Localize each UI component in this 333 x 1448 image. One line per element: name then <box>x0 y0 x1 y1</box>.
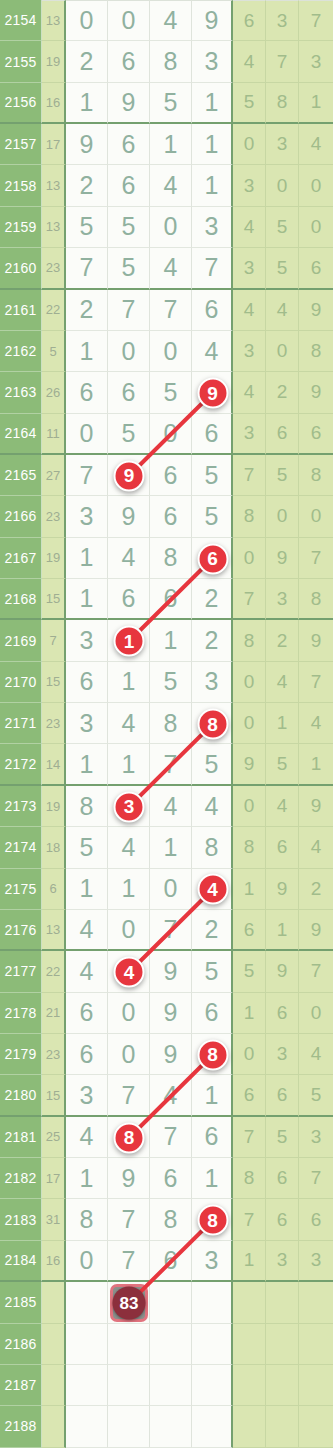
extra-digit-cell <box>266 1282 299 1323</box>
digit-cell: 7 <box>108 1241 150 1282</box>
extra-digit-cell: 2 <box>266 620 299 661</box>
digit-cell: 3 <box>192 41 233 82</box>
digit-cell: 4 <box>192 786 233 827</box>
extra-digit-cell: 5 <box>233 951 266 992</box>
sum-cell: 25 <box>42 1117 66 1158</box>
digit-cell <box>150 1365 192 1406</box>
digit-cell: 8 <box>150 538 192 579</box>
digit-cell: 9 <box>150 1034 192 1075</box>
extra-digit-cell: 5 <box>233 83 266 124</box>
digit-cell: 2 <box>66 41 108 82</box>
extra-digit-cell: 1 <box>233 993 266 1034</box>
sum-cell: 18 <box>42 827 66 868</box>
extra-digit-cell: 1 <box>233 869 266 910</box>
extra-digit-cell: 0 <box>233 538 266 579</box>
extra-digit-cell: 4 <box>266 786 299 827</box>
digit-cell: 6 <box>66 1034 108 1075</box>
selected-prediction-badge[interactable]: 83 <box>113 1287 146 1320</box>
digit-cell: 4 <box>192 331 233 372</box>
extra-digit-cell: 5 <box>299 1075 333 1116</box>
extra-digit-cell: 6 <box>266 414 299 455</box>
extra-digit-cell: 9 <box>299 290 333 331</box>
digit-cell <box>66 1282 108 1323</box>
digit-cell: 8 <box>150 1199 192 1240</box>
extra-digit-cell: 4 <box>233 290 266 331</box>
digit-cell: 6 <box>108 579 150 620</box>
digit-cell: 9 <box>108 496 150 537</box>
sum-cell: 19 <box>42 41 66 82</box>
digit-cell: 7 <box>150 290 192 331</box>
extra-digit-cell: 2 <box>299 869 333 910</box>
digit-cell: 2 <box>66 165 108 206</box>
hit-marker-circle: 8 <box>197 1205 228 1236</box>
period-cell: 2177 <box>0 951 42 992</box>
period-cell: 2168 <box>0 579 42 620</box>
digit-cell: 1 <box>192 165 233 206</box>
period-cell: 2172 <box>0 744 42 785</box>
extra-digit-cell: 0 <box>233 786 266 827</box>
extra-digit-cell: 2 <box>266 372 299 413</box>
extra-digit-cell: 5 <box>266 1117 299 1158</box>
extra-digit-cell: 3 <box>299 1241 333 1282</box>
period-cell: 2176 <box>0 910 42 951</box>
extra-digit-cell: 6 <box>266 827 299 868</box>
digit-cell: 1 <box>66 579 108 620</box>
digit-cell: 2 <box>192 579 233 620</box>
digit-cell: 8 <box>150 703 192 744</box>
digit-cell: 6 <box>150 455 192 496</box>
digit-cell <box>66 1406 108 1447</box>
period-cell: 2180 <box>0 1075 42 1116</box>
extra-digit-cell <box>233 1406 266 1447</box>
period-cell: 2170 <box>0 662 42 703</box>
digit-cell <box>66 1324 108 1365</box>
extra-digit-cell: 0 <box>266 496 299 537</box>
digit-cell: 5 <box>150 662 192 703</box>
extra-digit-cell: 7 <box>299 951 333 992</box>
digit-cell: 7 <box>108 1199 150 1240</box>
digit-cell: 5 <box>192 455 233 496</box>
digit-cell: 9 <box>192 0 233 41</box>
sum-cell <box>42 1365 66 1406</box>
digit-cell: 5 <box>192 744 233 785</box>
digit-cell: 1 <box>66 744 108 785</box>
digit-cell: 1 <box>150 827 192 868</box>
hit-marker-circle: 4 <box>197 874 228 905</box>
digit-cell: 7 <box>150 1117 192 1158</box>
digit-cell: 1 <box>192 1075 233 1116</box>
extra-digit-cell: 1 <box>233 1241 266 1282</box>
digit-cell: 5 <box>150 83 192 124</box>
extra-digit-cell: 6 <box>299 248 333 289</box>
extra-digit-cell: 7 <box>299 662 333 703</box>
sum-cell: 16 <box>42 1241 66 1282</box>
digit-cell: 7 <box>150 744 192 785</box>
digit-cell: 4 <box>150 786 192 827</box>
digit-cell: 0 <box>150 414 192 455</box>
extra-digit-cell: 7 <box>233 1117 266 1158</box>
period-cell: 2173 <box>0 786 42 827</box>
digit-cell: 3 <box>66 703 108 744</box>
hit-marker-circle: 4 <box>114 957 145 988</box>
digit-cell: 6 <box>150 1241 192 1282</box>
digit-cell: 5 <box>108 248 150 289</box>
extra-digit-cell: 1 <box>299 744 333 785</box>
digit-cell: 1 <box>108 869 150 910</box>
lottery-trend-board: 2154130049637215519268347321561619515812… <box>0 0 333 1448</box>
extra-digit-cell: 3 <box>266 124 299 165</box>
extra-digit-cell: 4 <box>299 827 333 868</box>
extra-digit-cell: 5 <box>266 207 299 248</box>
digit-cell: 5 <box>192 951 233 992</box>
sum-cell: 16 <box>42 83 66 124</box>
extra-digit-cell <box>266 1365 299 1406</box>
digit-cell: 7 <box>108 1075 150 1116</box>
extra-digit-cell: 5 <box>266 744 299 785</box>
digit-cell: 2 <box>66 290 108 331</box>
digit-cell: 3 <box>192 662 233 703</box>
extra-digit-cell: 9 <box>266 869 299 910</box>
extra-digit-cell: 3 <box>266 579 299 620</box>
extra-digit-cell: 3 <box>266 1241 299 1282</box>
digit-cell: 5 <box>66 827 108 868</box>
extra-digit-cell: 0 <box>233 662 266 703</box>
digit-cell: 0 <box>66 1241 108 1282</box>
sum-cell: 17 <box>42 124 66 165</box>
period-cell: 2184 <box>0 1241 42 1282</box>
digit-cell: 1 <box>66 538 108 579</box>
extra-digit-cell: 6 <box>266 1199 299 1240</box>
extra-digit-cell: 3 <box>266 0 299 41</box>
period-cell: 2166 <box>0 496 42 537</box>
extra-digit-cell: 6 <box>266 993 299 1034</box>
sum-cell: 23 <box>42 703 66 744</box>
digit-cell: 7 <box>66 248 108 289</box>
sum-cell: 15 <box>42 662 66 703</box>
extra-digit-cell: 5 <box>266 248 299 289</box>
digit-cell: 8 <box>66 1199 108 1240</box>
extra-digit-cell <box>266 1324 299 1365</box>
digit-cell: 1 <box>192 124 233 165</box>
extra-digit-cell: 7 <box>299 1158 333 1199</box>
digit-cell: 3 <box>66 496 108 537</box>
extra-digit-cell: 6 <box>233 1075 266 1116</box>
digit-cell: 0 <box>108 331 150 372</box>
digit-cell: 9 <box>108 1158 150 1199</box>
digit-cell: 6 <box>108 124 150 165</box>
extra-digit-cell: 7 <box>233 579 266 620</box>
digit-cell: 1 <box>66 331 108 372</box>
digit-cell: 7 <box>66 455 108 496</box>
sum-cell: 14 <box>42 744 66 785</box>
extra-digit-cell: 6 <box>266 1075 299 1116</box>
hit-marker-circle: 3 <box>114 791 145 822</box>
digit-cell: 1 <box>150 124 192 165</box>
period-cell: 2182 <box>0 1158 42 1199</box>
digit-cell: 4 <box>150 1075 192 1116</box>
digit-cell: 5 <box>108 207 150 248</box>
extra-digit-cell: 0 <box>233 703 266 744</box>
extra-digit-cell: 1 <box>266 703 299 744</box>
period-cell: 2175 <box>0 869 42 910</box>
hit-marker-circle: 1 <box>114 626 145 657</box>
extra-digit-cell <box>233 1282 266 1323</box>
period-cell: 2164 <box>0 414 42 455</box>
digit-cell: 7 <box>192 248 233 289</box>
extra-digit-cell: 0 <box>299 165 333 206</box>
digit-cell: 3 <box>192 1241 233 1282</box>
extra-digit-cell: 8 <box>233 496 266 537</box>
extra-digit-cell <box>266 1406 299 1447</box>
sum-cell: 19 <box>42 538 66 579</box>
extra-digit-cell: 7 <box>266 41 299 82</box>
digit-cell: 3 <box>66 1075 108 1116</box>
digit-cell: 4 <box>66 951 108 992</box>
extra-digit-cell: 1 <box>299 83 333 124</box>
digit-cell <box>192 1406 233 1447</box>
sum-cell: 11 <box>42 414 66 455</box>
digit-cell: 9 <box>150 951 192 992</box>
digit-cell: 0 <box>108 0 150 41</box>
digit-cell <box>192 1282 233 1323</box>
sum-cell <box>42 1282 66 1323</box>
extra-digit-cell: 5 <box>266 455 299 496</box>
period-cell: 2181 <box>0 1117 42 1158</box>
period-cell: 2169 <box>0 620 42 661</box>
digit-cell: 6 <box>192 993 233 1034</box>
extra-digit-cell <box>233 1365 266 1406</box>
sum-cell: 21 <box>42 993 66 1034</box>
digit-cell <box>192 1365 233 1406</box>
extra-digit-cell: 6 <box>233 0 266 41</box>
digit-cell: 4 <box>108 538 150 579</box>
sum-cell: 13 <box>42 207 66 248</box>
digit-cell: 5 <box>192 496 233 537</box>
extra-digit-cell: 6 <box>299 1199 333 1240</box>
extra-digit-cell: 0 <box>299 207 333 248</box>
period-cell: 2188 <box>0 1406 42 1447</box>
digit-cell: 1 <box>66 83 108 124</box>
extra-digit-cell: 9 <box>299 372 333 413</box>
period-cell: 2162 <box>0 331 42 372</box>
digit-cell: 4 <box>66 910 108 951</box>
digit-cell: 8 <box>66 786 108 827</box>
digit-cell: 6 <box>150 1158 192 1199</box>
extra-digit-cell: 0 <box>299 496 333 537</box>
extra-digit-cell: 0 <box>266 165 299 206</box>
extra-digit-cell <box>299 1324 333 1365</box>
period-cell: 2167 <box>0 538 42 579</box>
period-cell: 2155 <box>0 41 42 82</box>
period-cell: 2158 <box>0 165 42 206</box>
digit-cell <box>108 1324 150 1365</box>
period-cell: 2160 <box>0 248 42 289</box>
period-cell: 2156 <box>0 83 42 124</box>
digit-cell: 1 <box>108 662 150 703</box>
hit-marker-circle: 9 <box>114 460 145 491</box>
hit-marker-circle: 9 <box>197 378 228 409</box>
digit-cell: 0 <box>108 1034 150 1075</box>
extra-digit-cell: 4 <box>233 372 266 413</box>
period-cell: 2157 <box>0 124 42 165</box>
digit-cell: 4 <box>108 703 150 744</box>
digit-cell: 2 <box>192 910 233 951</box>
period-cell: 2163 <box>0 372 42 413</box>
extra-digit-cell: 3 <box>266 1034 299 1075</box>
extra-digit-cell: 4 <box>299 703 333 744</box>
digit-cell: 1 <box>66 1158 108 1199</box>
period-cell: 2185 <box>0 1282 42 1323</box>
digit-cell: 6 <box>108 41 150 82</box>
digit-cell: 0 <box>150 207 192 248</box>
sum-cell: 13 <box>42 910 66 951</box>
extra-digit-cell <box>299 1282 333 1323</box>
digit-cell: 3 <box>192 207 233 248</box>
digit-cell: 8 <box>150 41 192 82</box>
extra-digit-cell: 4 <box>233 207 266 248</box>
period-cell: 2179 <box>0 1034 42 1075</box>
extra-digit-cell: 6 <box>266 1158 299 1199</box>
digit-cell: 9 <box>66 124 108 165</box>
digit-cell: 4 <box>150 165 192 206</box>
sum-cell: 31 <box>42 1199 66 1240</box>
hit-marker-circle: 8 <box>114 1122 145 1153</box>
sum-cell: 22 <box>42 290 66 331</box>
digit-cell <box>150 1406 192 1447</box>
extra-digit-cell: 9 <box>266 538 299 579</box>
digit-cell: 0 <box>150 331 192 372</box>
extra-digit-cell: 3 <box>233 414 266 455</box>
extra-digit-cell: 7 <box>233 455 266 496</box>
digit-cell: 1 <box>192 1158 233 1199</box>
digit-cell <box>150 1324 192 1365</box>
extra-digit-cell: 4 <box>266 290 299 331</box>
sum-cell: 7 <box>42 620 66 661</box>
sum-cell: 23 <box>42 496 66 537</box>
digit-cell: 0 <box>150 869 192 910</box>
digit-cell: 4 <box>150 248 192 289</box>
digit-cell <box>192 1324 233 1365</box>
extra-digit-cell: 4 <box>266 662 299 703</box>
digit-cell: 6 <box>66 993 108 1034</box>
digit-cell: 6 <box>108 372 150 413</box>
hit-marker-circle: 6 <box>197 543 228 574</box>
digit-cell: 7 <box>108 290 150 331</box>
digit-cell: 5 <box>150 372 192 413</box>
digit-cell: 6 <box>108 165 150 206</box>
extra-digit-cell: 7 <box>233 1199 266 1240</box>
sum-cell <box>42 1406 66 1447</box>
digit-cell: 5 <box>66 207 108 248</box>
extra-digit-cell: 4 <box>299 124 333 165</box>
extra-digit-cell <box>233 1324 266 1365</box>
digit-cell: 0 <box>66 414 108 455</box>
period-cell: 2154 <box>0 0 42 41</box>
period-cell: 2183 <box>0 1199 42 1240</box>
extra-digit-cell: 3 <box>299 1117 333 1158</box>
digit-cell: 1 <box>66 869 108 910</box>
extra-digit-cell: 0 <box>299 993 333 1034</box>
extra-digit-cell: 8 <box>233 827 266 868</box>
digit-cell: 6 <box>150 496 192 537</box>
sum-cell: 13 <box>42 165 66 206</box>
sum-cell: 23 <box>42 1034 66 1075</box>
sum-cell: 5 <box>42 331 66 372</box>
extra-digit-cell: 3 <box>233 331 266 372</box>
digit-cell: 6 <box>66 372 108 413</box>
extra-digit-cell: 9 <box>299 786 333 827</box>
sum-cell: 17 <box>42 1158 66 1199</box>
digit-cell: 5 <box>108 414 150 455</box>
digit-cell <box>108 1406 150 1447</box>
digit-cell <box>108 1365 150 1406</box>
digit-cell: 4 <box>150 0 192 41</box>
extra-digit-cell: 8 <box>233 620 266 661</box>
digit-cell: 6 <box>150 579 192 620</box>
sum-cell <box>42 1324 66 1365</box>
extra-digit-cell: 8 <box>299 331 333 372</box>
period-cell: 2165 <box>0 455 42 496</box>
extra-digit-cell: 6 <box>299 414 333 455</box>
extra-digit-cell: 7 <box>299 0 333 41</box>
period-cell: 2159 <box>0 207 42 248</box>
extra-digit-cell: 8 <box>266 83 299 124</box>
hit-marker-circle: 8 <box>197 1039 228 1070</box>
digit-cell: 0 <box>66 0 108 41</box>
digit-cell <box>150 1282 192 1323</box>
trend-grid: 2154130049637215519268347321561619515812… <box>0 0 333 1448</box>
extra-digit-cell: 9 <box>266 951 299 992</box>
sum-cell: 23 <box>42 248 66 289</box>
digit-cell: 0 <box>108 993 150 1034</box>
extra-digit-cell: 9 <box>233 744 266 785</box>
extra-digit-cell: 7 <box>299 538 333 579</box>
digit-cell: 4 <box>66 1117 108 1158</box>
extra-digit-cell: 6 <box>233 910 266 951</box>
sum-cell: 15 <box>42 1075 66 1116</box>
digit-cell: 9 <box>108 83 150 124</box>
digit-cell: 7 <box>150 910 192 951</box>
extra-digit-cell: 3 <box>233 248 266 289</box>
period-cell: 2174 <box>0 827 42 868</box>
period-cell: 2171 <box>0 703 42 744</box>
extra-digit-cell: 3 <box>233 165 266 206</box>
sum-cell: 15 <box>42 579 66 620</box>
extra-digit-cell: 1 <box>266 910 299 951</box>
period-cell: 2178 <box>0 993 42 1034</box>
hit-marker-circle: 8 <box>197 709 228 740</box>
extra-digit-cell: 8 <box>233 1158 266 1199</box>
extra-digit-cell: 8 <box>299 579 333 620</box>
sum-cell: 26 <box>42 372 66 413</box>
extra-digit-cell: 8 <box>299 455 333 496</box>
extra-digit-cell: 4 <box>233 41 266 82</box>
extra-digit-cell: 0 <box>233 1034 266 1075</box>
digit-cell: 6 <box>192 290 233 331</box>
extra-digit-cell: 9 <box>299 620 333 661</box>
digit-cell: 6 <box>192 1117 233 1158</box>
period-cell: 2161 <box>0 290 42 331</box>
sum-cell: 19 <box>42 786 66 827</box>
digit-cell: 3 <box>66 620 108 661</box>
sum-cell: 27 <box>42 455 66 496</box>
digit-cell: 4 <box>108 827 150 868</box>
digit-cell: 2 <box>192 620 233 661</box>
extra-digit-cell <box>299 1365 333 1406</box>
digit-cell: 1 <box>150 620 192 661</box>
sum-cell: 13 <box>42 0 66 41</box>
extra-digit-cell: 9 <box>299 910 333 951</box>
